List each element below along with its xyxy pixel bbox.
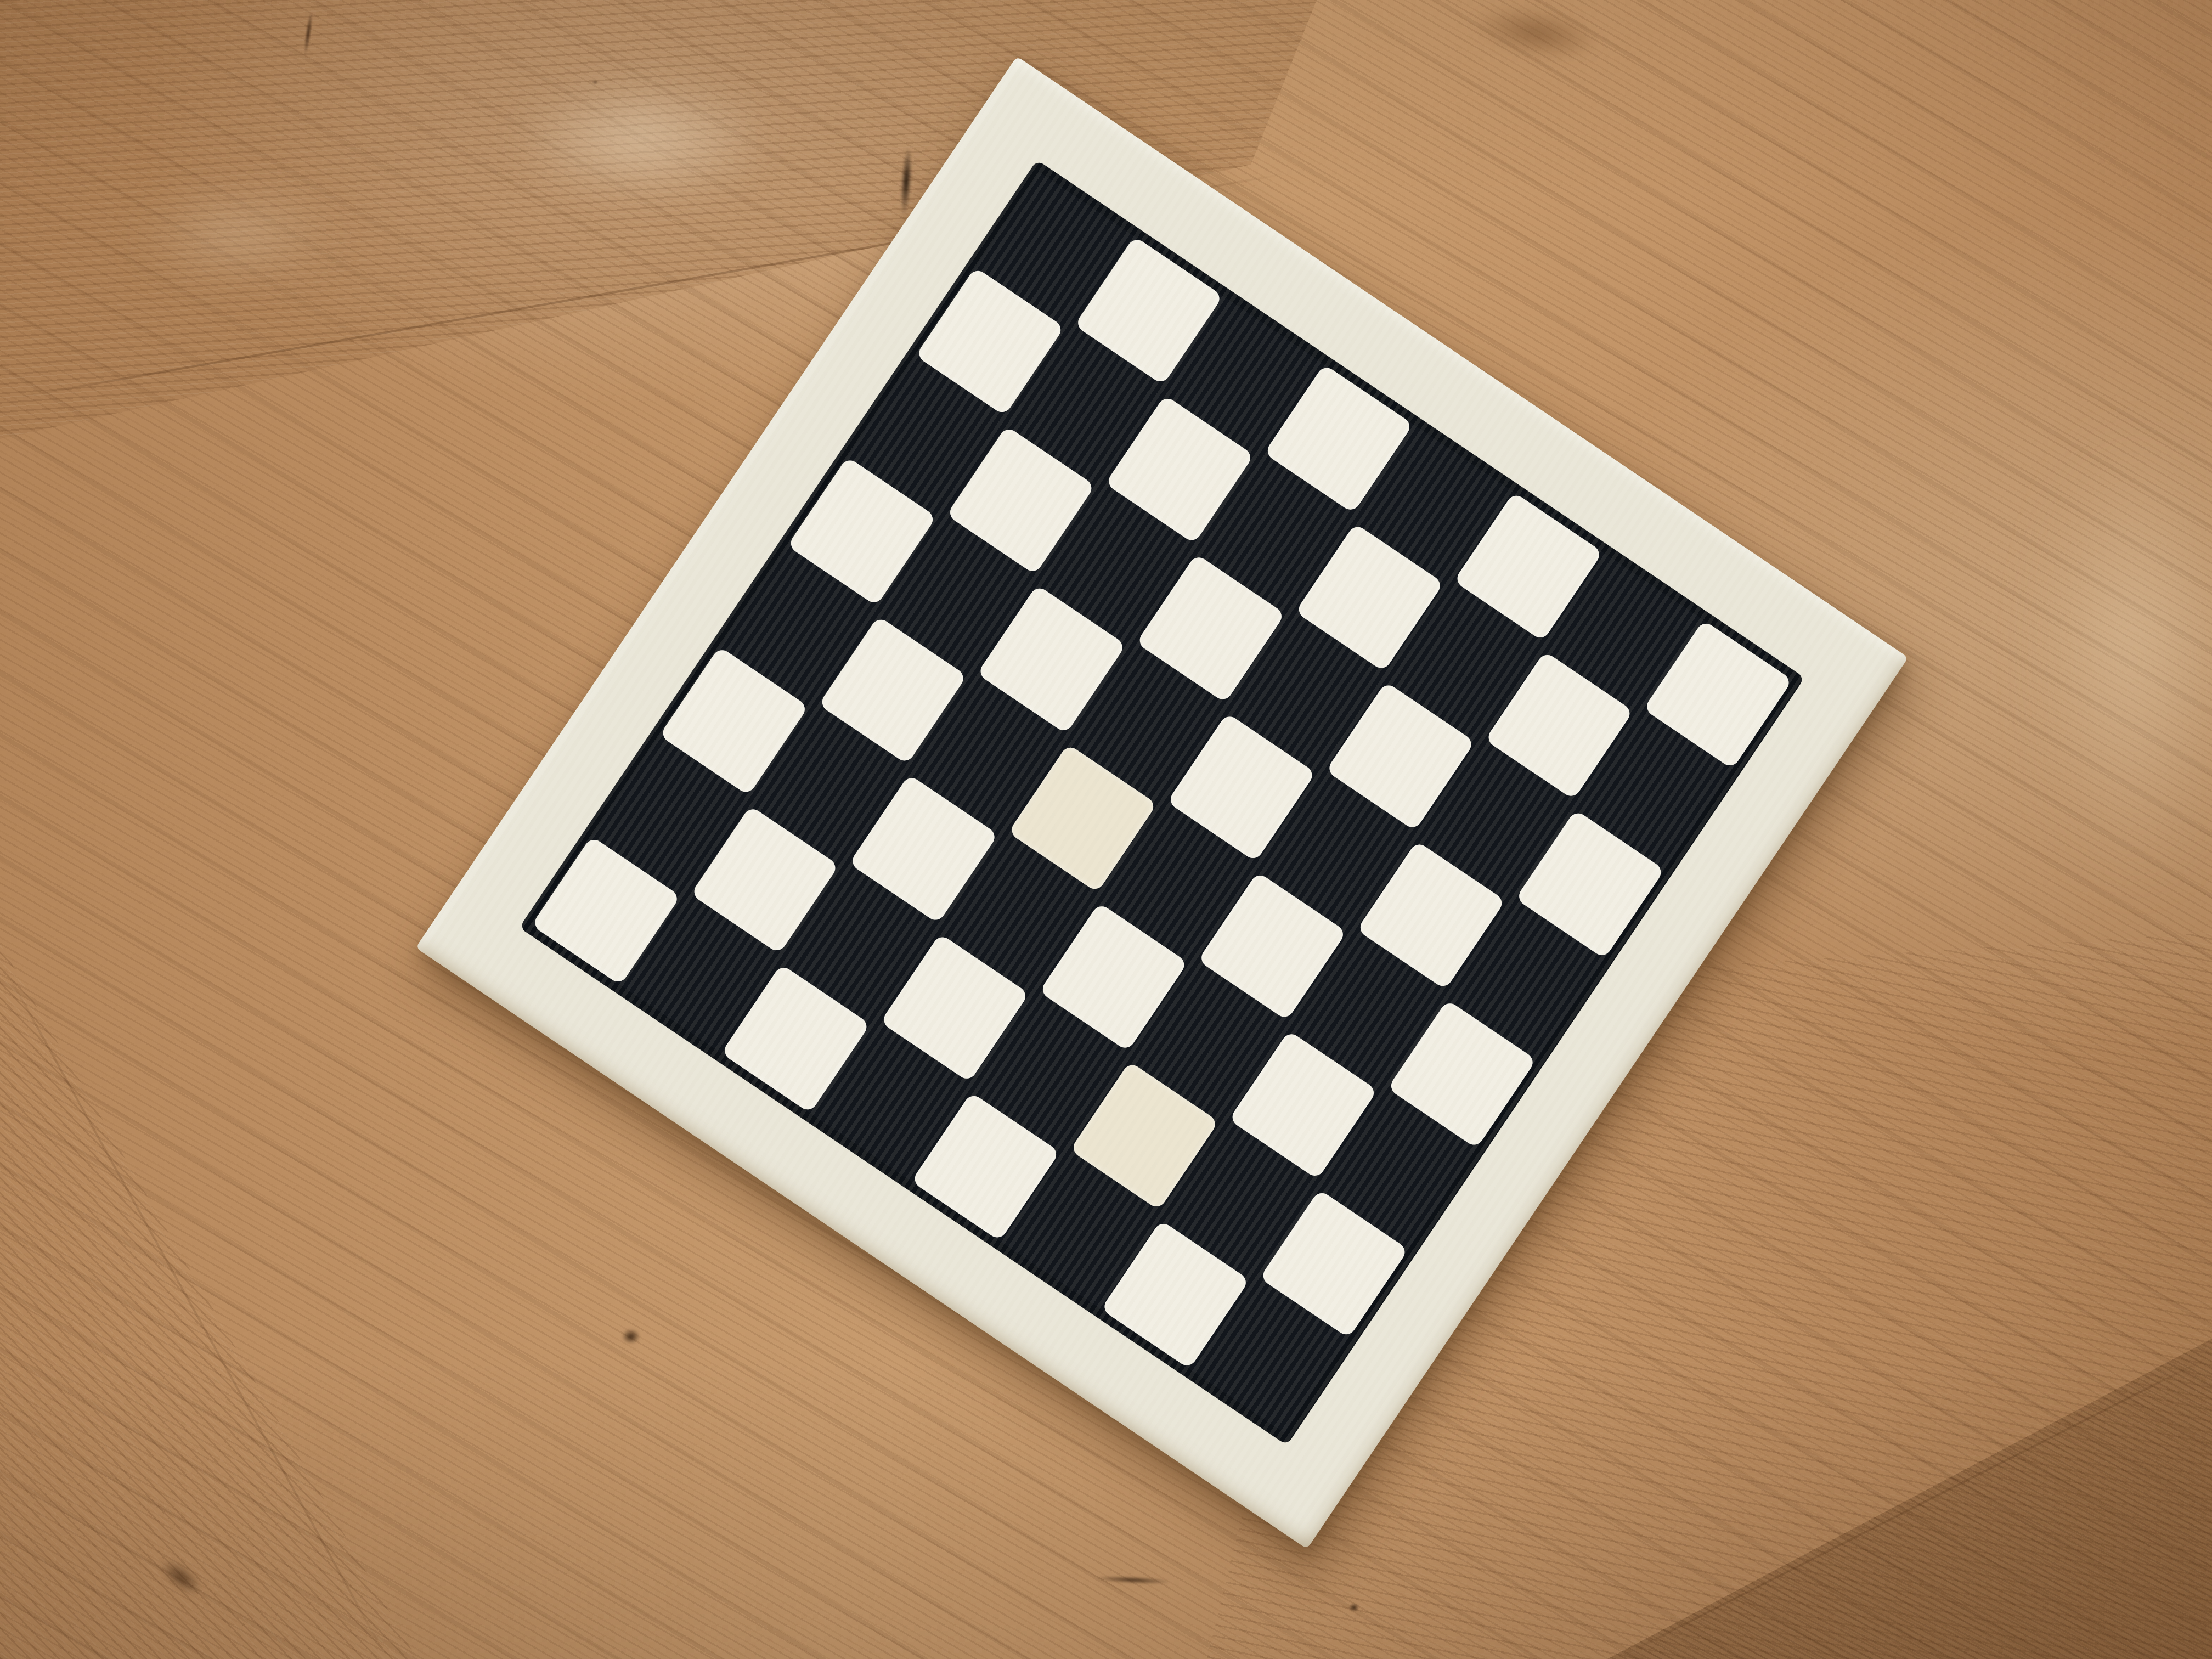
photo-scene	[0, 0, 2212, 1659]
